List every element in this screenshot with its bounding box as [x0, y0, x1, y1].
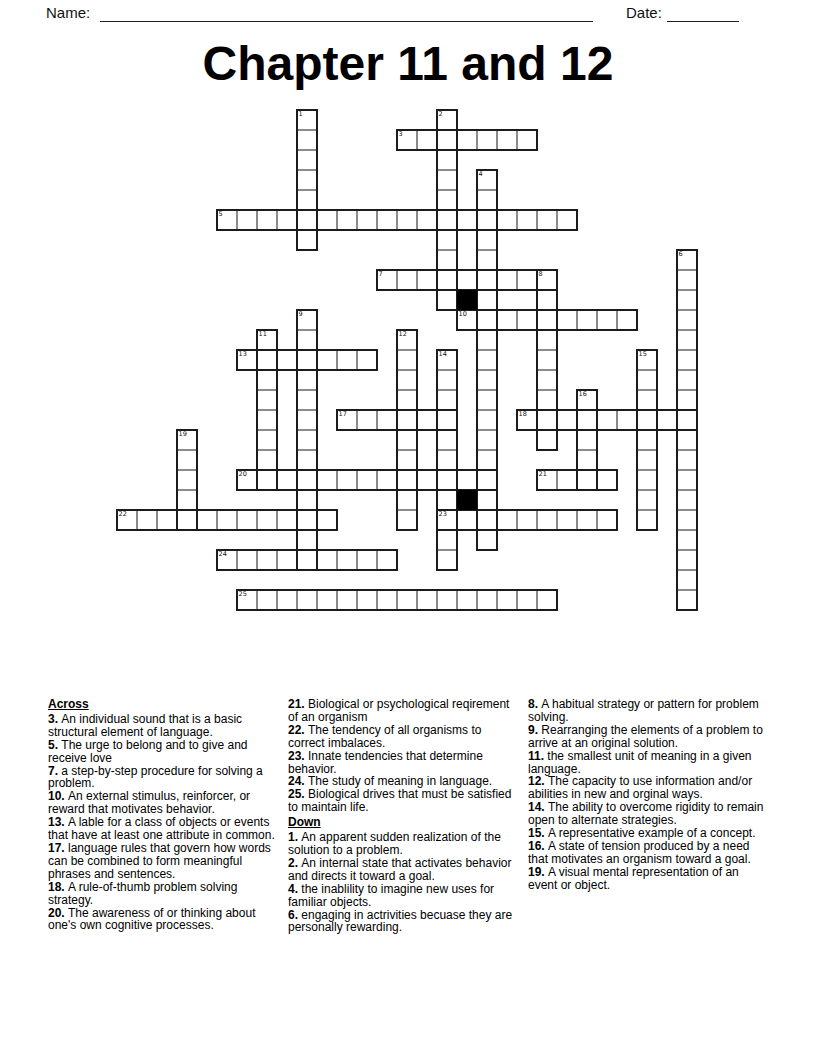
cell-r24c20[interactable]	[517, 590, 537, 610]
cell-r16c3[interactable]	[177, 430, 197, 450]
cell-r24c10[interactable]	[317, 590, 337, 610]
across-header: Across	[48, 698, 280, 711]
clue-across-10: 10. An external stimulus, reinforcer, or…	[48, 790, 280, 816]
cell-r15c24[interactable]	[597, 410, 617, 430]
cell-r24c12[interactable]	[357, 590, 377, 610]
cell-r5c8[interactable]	[277, 210, 297, 230]
cell-r8c16[interactable]	[437, 270, 457, 290]
clue-across-7: 7. a step-by-step procedure for solving …	[48, 765, 280, 791]
cell-r24c19[interactable]	[497, 590, 517, 610]
cell-r24c18[interactable]	[477, 590, 497, 610]
clue-down-9: 9. Rearranging the elements of a problem…	[528, 724, 764, 750]
cell-r13c16[interactable]	[437, 370, 457, 390]
cell-r22c13[interactable]	[377, 550, 397, 570]
cell-r20c0[interactable]	[117, 510, 137, 530]
clue-across-23: 23. Innate tendencies that determine beh…	[288, 750, 520, 776]
cell-r15c21[interactable]	[537, 410, 557, 430]
cell-r10c21[interactable]	[537, 310, 557, 330]
cell-r4c18[interactable]	[477, 190, 497, 210]
cell-r12c7[interactable]	[257, 350, 277, 370]
cell-r17c18[interactable]	[477, 450, 497, 470]
cell-r18c7[interactable]	[257, 470, 277, 490]
cell-r15c13[interactable]	[377, 410, 397, 430]
cell-r18c26[interactable]	[637, 470, 657, 490]
cell-r10c25[interactable]	[617, 310, 637, 330]
down-clues-part1: 1. An apparent sudden realization of the…	[288, 831, 520, 934]
cell-r10c23[interactable]	[577, 310, 597, 330]
cell-r20c1[interactable]	[137, 510, 157, 530]
cell-r24c7[interactable]	[257, 590, 277, 610]
cell-r12c26[interactable]	[637, 350, 657, 370]
cell-r19c16[interactable]	[437, 490, 457, 510]
date-label: Date:	[626, 4, 662, 21]
cell-r15c14[interactable]	[397, 410, 417, 430]
cell-r16c26[interactable]	[637, 430, 657, 450]
cell-r22c16[interactable]	[437, 550, 457, 570]
cell-r22c10[interactable]	[317, 550, 337, 570]
cell-r16c14[interactable]	[397, 430, 417, 450]
cell-r22c9[interactable]	[297, 550, 317, 570]
cell-r18c21[interactable]	[537, 470, 557, 490]
page-title: Chapter 11 and 12	[0, 36, 816, 91]
cell-r21c18[interactable]	[477, 530, 497, 550]
cell-r24c13[interactable]	[377, 590, 397, 610]
clue-down-11: 11. the smallest unit of meaning in a gi…	[528, 750, 764, 776]
cell-r1c15[interactable]	[417, 130, 437, 150]
clue-across-18: 18. A rule-of-thumb problem solving stra…	[48, 881, 280, 907]
cell-r5c6[interactable]	[237, 210, 257, 230]
cell-r13c14[interactable]	[397, 370, 417, 390]
cell-r15c16[interactable]	[437, 410, 457, 430]
cell-r5c10[interactable]	[317, 210, 337, 230]
cell-r19c26[interactable]	[637, 490, 657, 510]
cell-r20c3[interactable]	[177, 510, 197, 530]
cell-r22c28[interactable]	[677, 550, 697, 570]
cell-r22c6[interactable]	[237, 550, 257, 570]
cell-r15c22[interactable]	[557, 410, 577, 430]
cell-r18c23[interactable]	[577, 470, 597, 490]
cell-r6c16[interactable]	[437, 230, 457, 250]
cell-r14c23[interactable]	[577, 390, 597, 410]
cell-r15c20[interactable]	[517, 410, 537, 430]
cell-r18c12[interactable]	[357, 470, 377, 490]
cell-r10c20[interactable]	[517, 310, 537, 330]
cell-r20c24[interactable]	[597, 510, 617, 530]
cell-r10c28[interactable]	[677, 310, 697, 330]
clue-column-2: 21. Biological or psychological reqireme…	[288, 698, 520, 934]
cell-r19c28[interactable]	[677, 490, 697, 510]
cell-r18c16[interactable]	[437, 470, 457, 490]
cell-r11c9[interactable]	[297, 330, 317, 350]
cell-r15c9[interactable]	[297, 410, 317, 430]
date-line[interactable]	[667, 2, 739, 22]
cell-r12c18[interactable]	[477, 350, 497, 370]
cell-r20c6[interactable]	[237, 510, 257, 530]
cell-r17c26[interactable]	[637, 450, 657, 470]
cell-r24c16[interactable]	[437, 590, 457, 610]
cell-r2c9[interactable]	[297, 150, 317, 170]
cell-r24c17[interactable]	[457, 590, 477, 610]
cell-r11c21[interactable]	[537, 330, 557, 350]
cell-r17c23[interactable]	[577, 450, 597, 470]
cell-r20c8[interactable]	[277, 510, 297, 530]
cell-r21c9[interactable]	[297, 530, 317, 550]
cell-r19c9[interactable]	[297, 490, 317, 510]
cell-r12c10[interactable]	[317, 350, 337, 370]
down-header: Down	[288, 816, 520, 829]
cell-r18c17[interactable]	[457, 470, 477, 490]
cell-r20c21[interactable]	[537, 510, 557, 530]
cell-r8c19[interactable]	[497, 270, 517, 290]
cell-r1c16[interactable]	[437, 130, 457, 150]
cell-r1c19[interactable]	[497, 130, 517, 150]
cell-r16c18[interactable]	[477, 430, 497, 450]
cell-r2c16[interactable]	[437, 150, 457, 170]
cell-r15c11[interactable]	[337, 410, 357, 430]
cell-r5c17[interactable]	[457, 210, 477, 230]
cell-r1c9[interactable]	[297, 130, 317, 150]
cell-r3c18[interactable]	[477, 170, 497, 190]
cell-r9c28[interactable]	[677, 290, 697, 310]
cell-r10c19[interactable]	[497, 310, 517, 330]
cell-r10c18[interactable]	[477, 310, 497, 330]
black-cell-r19c17	[457, 490, 477, 510]
clue-down-6: 6. engaging in actrivities becuase they …	[288, 909, 520, 935]
cell-r13c7[interactable]	[257, 370, 277, 390]
cell-r14c26[interactable]	[637, 390, 657, 410]
cell-r24c14[interactable]	[397, 590, 417, 610]
clue-across-17: 17. language rules that govern how words…	[48, 842, 280, 881]
cell-r15c15[interactable]	[417, 410, 437, 430]
cell-r22c8[interactable]	[277, 550, 297, 570]
cell-r18c13[interactable]	[377, 470, 397, 490]
cell-r1c14[interactable]	[397, 130, 417, 150]
cell-r8c18[interactable]	[477, 270, 497, 290]
cell-r17c14[interactable]	[397, 450, 417, 470]
cell-r4c16[interactable]	[437, 190, 457, 210]
cell-r17c9[interactable]	[297, 450, 317, 470]
cell-r15c18[interactable]	[477, 410, 497, 430]
cell-r6c9[interactable]	[297, 230, 317, 250]
cell-r4c9[interactable]	[297, 190, 317, 210]
cell-r9c18[interactable]	[477, 290, 497, 310]
cell-r8c14[interactable]	[397, 270, 417, 290]
cell-r15c25[interactable]	[617, 410, 637, 430]
cell-r5c11[interactable]	[337, 210, 357, 230]
clue-column-1: Across 3. An individual sound that is a …	[48, 698, 280, 934]
cell-r5c16[interactable]	[437, 210, 457, 230]
cell-r24c6[interactable]	[237, 590, 257, 610]
clue-column-3: 8. A habitual strategy or pattern for pr…	[528, 698, 764, 934]
name-line[interactable]	[100, 2, 593, 22]
cell-r7c18[interactable]	[477, 250, 497, 270]
cell-r8c28[interactable]	[677, 270, 697, 290]
cell-r16c9[interactable]	[297, 430, 317, 450]
cell-r24c9[interactable]	[297, 590, 317, 610]
name-label: Name:	[46, 4, 90, 21]
cell-r20c16[interactable]	[437, 510, 457, 530]
cell-r21c16[interactable]	[437, 530, 457, 550]
cell-r8c15[interactable]	[417, 270, 437, 290]
cell-r13c9[interactable]	[297, 370, 317, 390]
cell-r18c18[interactable]	[477, 470, 497, 490]
cell-r16c28[interactable]	[677, 430, 697, 450]
clue-across-5: 5. The urge to belong and to give and re…	[48, 739, 280, 765]
cell-r12c28[interactable]	[677, 350, 697, 370]
clue-down-4: 4. the inablility to imagine new uses fo…	[288, 883, 520, 909]
cell-r17c28[interactable]	[677, 450, 697, 470]
cell-r19c14[interactable]	[397, 490, 417, 510]
cell-r22c5[interactable]	[217, 550, 237, 570]
cell-r5c5[interactable]	[217, 210, 237, 230]
cell-r18c9[interactable]	[297, 470, 317, 490]
cell-r18c28[interactable]	[677, 470, 697, 490]
cell-r19c3[interactable]	[177, 490, 197, 510]
cell-r20c5[interactable]	[217, 510, 237, 530]
cell-r5c14[interactable]	[397, 210, 417, 230]
cell-r20c2[interactable]	[157, 510, 177, 530]
cell-r23c28[interactable]	[677, 570, 697, 590]
cell-r18c10[interactable]	[317, 470, 337, 490]
cell-r20c23[interactable]	[577, 510, 597, 530]
cell-r8c20[interactable]	[517, 270, 537, 290]
across-clues-part2: 21. Biological or psychological reqireme…	[288, 698, 520, 814]
cell-r18c3[interactable]	[177, 470, 197, 490]
cell-r14c28[interactable]	[677, 390, 697, 410]
cell-r20c17[interactable]	[457, 510, 477, 530]
cell-r14c14[interactable]	[397, 390, 417, 410]
cell-r10c17[interactable]	[457, 310, 477, 330]
cell-r5c22[interactable]	[557, 210, 577, 230]
cell-r20c7[interactable]	[257, 510, 277, 530]
cell-r0c9[interactable]	[297, 110, 317, 130]
cell-r5c21[interactable]	[537, 210, 557, 230]
cell-r11c7[interactable]	[257, 330, 277, 350]
cell-r20c26[interactable]	[637, 510, 657, 530]
cell-r11c18[interactable]	[477, 330, 497, 350]
cell-r12c11[interactable]	[337, 350, 357, 370]
cell-r18c8[interactable]	[277, 470, 297, 490]
worksheet-page: Name: Date: Chapter 11 and 12 1234567891…	[0, 0, 816, 1056]
cell-r13c26[interactable]	[637, 370, 657, 390]
clue-down-14: 14. The ability to overcome rigidity to …	[528, 801, 764, 827]
cell-r18c15[interactable]	[417, 470, 437, 490]
clue-across-21: 21. Biological or psychological reqireme…	[288, 698, 520, 724]
cell-r9c21[interactable]	[537, 290, 557, 310]
cell-r24c15[interactable]	[417, 590, 437, 610]
cell-r8c21[interactable]	[537, 270, 557, 290]
cell-r20c4[interactable]	[197, 510, 217, 530]
cell-r14c21[interactable]	[537, 390, 557, 410]
clue-down-19: 19. A visual mental representation of an…	[528, 866, 764, 892]
cell-r11c28[interactable]	[677, 330, 697, 350]
clue-across-22: 22. The tendency of all organisms to cor…	[288, 724, 520, 750]
cell-r8c13[interactable]	[377, 270, 397, 290]
cell-r12c12[interactable]	[357, 350, 377, 370]
cell-r16c16[interactable]	[437, 430, 457, 450]
cell-r12c21[interactable]	[537, 350, 557, 370]
cell-r17c7[interactable]	[257, 450, 277, 470]
cell-r24c8[interactable]	[277, 590, 297, 610]
clue-down-8: 8. A habitual strategy or pattern for pr…	[528, 698, 764, 724]
cell-r12c8[interactable]	[277, 350, 297, 370]
cell-r6c18[interactable]	[477, 230, 497, 250]
clues-section: Across 3. An individual sound that is a …	[48, 698, 764, 934]
cell-r10c24[interactable]	[597, 310, 617, 330]
cell-r16c21[interactable]	[537, 430, 557, 450]
cell-r22c12[interactable]	[357, 550, 377, 570]
cell-r5c15[interactable]	[417, 210, 437, 230]
clue-across-3: 3. An individual sound that is a basic s…	[48, 713, 280, 739]
cell-r1c20[interactable]	[517, 130, 537, 150]
cell-r9c16[interactable]	[437, 290, 457, 310]
cell-r15c12[interactable]	[357, 410, 377, 430]
cell-r24c28[interactable]	[677, 590, 697, 610]
cell-r1c18[interactable]	[477, 130, 497, 150]
cell-r3c16[interactable]	[437, 170, 457, 190]
cell-r12c9[interactable]	[297, 350, 317, 370]
cell-r20c19[interactable]	[497, 510, 517, 530]
cell-r20c20[interactable]	[517, 510, 537, 530]
cell-r13c18[interactable]	[477, 370, 497, 390]
cell-r3c9[interactable]	[297, 170, 317, 190]
cell-r10c22[interactable]	[557, 310, 577, 330]
cell-r14c16[interactable]	[437, 390, 457, 410]
cell-r20c14[interactable]	[397, 510, 417, 530]
crossword-grid: 1234567891011121314151617181920212223242…	[117, 110, 699, 612]
cell-r16c7[interactable]	[257, 430, 277, 450]
clue-across-13: 13. A lable for a class of objects or ev…	[48, 816, 280, 842]
clue-down-1: 1. An apparent sudden realization of the…	[288, 831, 520, 857]
cell-r14c9[interactable]	[297, 390, 317, 410]
down-clues-part2: 8. A habitual strategy or pattern for pr…	[528, 698, 764, 892]
cell-r13c28[interactable]	[677, 370, 697, 390]
cell-r12c6[interactable]	[237, 350, 257, 370]
cell-r22c7[interactable]	[257, 550, 277, 570]
cell-r5c9[interactable]	[297, 210, 317, 230]
cell-r12c16[interactable]	[437, 350, 457, 370]
cell-r20c22[interactable]	[557, 510, 577, 530]
cell-r20c28[interactable]	[677, 510, 697, 530]
cell-r18c6[interactable]	[237, 470, 257, 490]
clue-across-20: 20. The awareness of or thinking about o…	[48, 907, 280, 933]
clue-down-2: 2. An internal state that activates beha…	[288, 857, 520, 883]
cell-r14c18[interactable]	[477, 390, 497, 410]
cell-r17c3[interactable]	[177, 450, 197, 470]
clue-across-25: 25. Biological drives that must be satis…	[288, 788, 520, 814]
cell-r18c14[interactable]	[397, 470, 417, 490]
cell-r15c26[interactable]	[637, 410, 657, 430]
cell-r12c14[interactable]	[397, 350, 417, 370]
across-clues-part1: 3. An individual sound that is a basic s…	[48, 713, 280, 932]
cell-r15c7[interactable]	[257, 410, 277, 430]
cell-r5c18[interactable]	[477, 210, 497, 230]
cell-r22c11[interactable]	[337, 550, 357, 570]
cell-r11c14[interactable]	[397, 330, 417, 350]
clue-down-12: 12. The capacity to use information and/…	[528, 775, 764, 801]
cell-r7c28[interactable]	[677, 250, 697, 270]
cell-r5c13[interactable]	[377, 210, 397, 230]
cell-r18c22[interactable]	[557, 470, 577, 490]
clue-down-16: 16. A state of tension produced by a nee…	[528, 840, 764, 866]
cell-r5c7[interactable]	[257, 210, 277, 230]
black-cell-r9c17	[457, 290, 477, 310]
cell-r5c19[interactable]	[497, 210, 517, 230]
cell-r14c7[interactable]	[257, 390, 277, 410]
cell-r17c16[interactable]	[437, 450, 457, 470]
cell-r15c23[interactable]	[577, 410, 597, 430]
cell-r18c24[interactable]	[597, 470, 617, 490]
cell-r18c11[interactable]	[337, 470, 357, 490]
cell-r13c21[interactable]	[537, 370, 557, 390]
cell-r10c9[interactable]	[297, 310, 317, 330]
cell-r0c16[interactable]	[437, 110, 457, 130]
cell-r8c17[interactable]	[457, 270, 477, 290]
cell-r5c20[interactable]	[517, 210, 537, 230]
cell-r24c11[interactable]	[337, 590, 357, 610]
cell-r24c21[interactable]	[537, 590, 557, 610]
cell-r15c27[interactable]	[657, 410, 677, 430]
cell-r7c16[interactable]	[437, 250, 457, 270]
cell-r19c18[interactable]	[477, 490, 497, 510]
cell-r20c9[interactable]	[297, 510, 317, 530]
cell-r16c23[interactable]	[577, 430, 597, 450]
cell-r20c10[interactable]	[317, 510, 337, 530]
cell-r20c18[interactable]	[477, 510, 497, 530]
cell-r21c28[interactable]	[677, 530, 697, 550]
cell-r1c17[interactable]	[457, 130, 477, 150]
cell-r15c28[interactable]	[677, 410, 697, 430]
cell-r5c12[interactable]	[357, 210, 377, 230]
